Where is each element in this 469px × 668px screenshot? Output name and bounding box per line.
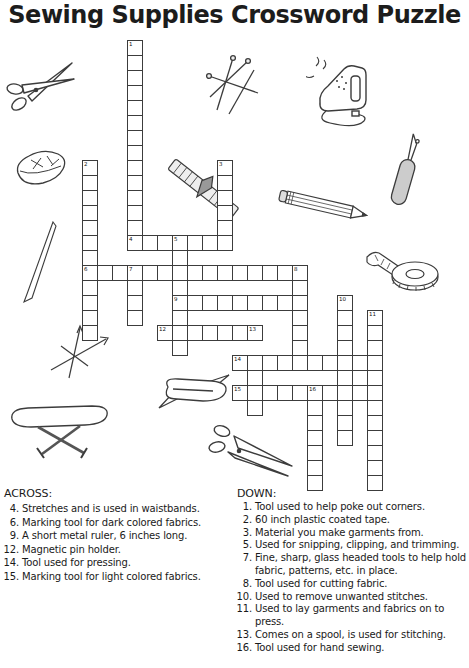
across-header: ACROSS: <box>4 487 234 501</box>
grid-cell[interactable]: 7 <box>127 265 143 281</box>
cell-number: 11 <box>369 311 376 317</box>
grid-cell[interactable] <box>172 265 188 281</box>
cell-number: 16 <box>309 386 316 392</box>
clue-number-label: 12. <box>2 543 22 557</box>
clue-number-label: 11. <box>235 603 255 629</box>
grid-cell[interactable] <box>82 220 98 236</box>
grid-cell[interactable] <box>112 265 128 281</box>
grid-cell[interactable] <box>187 295 203 311</box>
grid-cell[interactable] <box>337 325 353 341</box>
grid-cell[interactable] <box>322 385 338 401</box>
grid-cell[interactable] <box>367 460 383 476</box>
clue-number-label: 5. <box>235 539 255 552</box>
grid-cell[interactable] <box>292 295 308 311</box>
grid-cell[interactable] <box>127 220 143 236</box>
needle-icon <box>8 218 60 304</box>
grid-cell[interactable] <box>82 280 98 296</box>
cell-number: 15 <box>234 386 241 392</box>
grid-cell[interactable] <box>337 385 353 401</box>
cell-number: 7 <box>129 266 133 272</box>
cell-number: 5 <box>174 236 178 242</box>
grid-cell[interactable] <box>82 235 98 251</box>
cell-number: 13 <box>249 326 256 332</box>
grid-cell[interactable] <box>172 250 188 266</box>
clue-text: Marking tool for dark colored fabrics. <box>22 516 234 530</box>
grid-cell[interactable] <box>82 205 98 221</box>
clue-item: 4.Stretches and is used in waistbands. <box>2 502 234 516</box>
grid-cell[interactable] <box>262 295 278 311</box>
clue-text: Tool used for pressing. <box>22 556 234 570</box>
cell-number: 8 <box>294 266 298 272</box>
clue-number-label: 8. <box>235 578 255 591</box>
grid-cell[interactable] <box>127 160 143 176</box>
grid-cell[interactable] <box>307 460 323 476</box>
clue-number-label: 10. <box>235 591 255 604</box>
grid-cell[interactable] <box>127 205 143 221</box>
grid-cell[interactable] <box>217 205 233 221</box>
clue-item: 6.Marking tool for dark colored fabrics. <box>2 516 234 530</box>
grid-cell[interactable] <box>97 265 113 281</box>
grid-cell[interactable] <box>262 385 278 401</box>
clue-item: 1.Tool used to help poke out corners. <box>235 501 468 514</box>
grid-cell[interactable] <box>292 310 308 326</box>
grid-cell[interactable]: 2 <box>82 160 98 176</box>
grid-cell[interactable] <box>82 250 98 266</box>
grid-cell[interactable] <box>247 400 263 416</box>
grid-cell[interactable] <box>277 385 293 401</box>
grid-cell[interactable]: 9 <box>172 295 188 311</box>
clue-number-label: 3. <box>235 527 255 540</box>
grid-cell[interactable] <box>217 295 233 311</box>
clue-number-label: 15. <box>2 570 22 584</box>
clue-text: Used to lay garments and fabrics on to p… <box>255 603 468 629</box>
grid-cell[interactable] <box>367 385 383 401</box>
clue-number-label: 16. <box>235 642 255 655</box>
grid-cell[interactable] <box>172 340 188 356</box>
grid-cell[interactable] <box>127 100 143 116</box>
grid-cell[interactable] <box>337 310 353 326</box>
clue-item: 10.Used to remove unwanted stitches. <box>235 591 468 604</box>
grid-cell[interactable] <box>247 385 263 401</box>
clue-item: 14.Tool used for pressing. <box>2 556 234 570</box>
grid-cell[interactable] <box>187 235 203 251</box>
grid-cell[interactable] <box>307 415 323 431</box>
grid-cell[interactable]: 14 <box>232 355 248 371</box>
down-header: DOWN: <box>237 487 468 500</box>
clue-number-label: 9. <box>2 529 22 543</box>
grid-cell[interactable] <box>337 370 353 386</box>
grid-cell[interactable] <box>127 190 143 206</box>
grid-cell[interactable] <box>337 430 353 446</box>
grid-cell[interactable] <box>292 355 308 371</box>
grid-cell[interactable] <box>82 190 98 206</box>
grid-cell[interactable] <box>217 235 233 251</box>
clue-text: A short metal ruler, 6 inches long. <box>22 529 234 543</box>
grid-cell[interactable] <box>142 235 158 251</box>
grid-cell[interactable] <box>262 265 278 281</box>
clue-number-label: 2. <box>235 514 255 527</box>
grid-cell[interactable] <box>232 325 248 341</box>
grid-cell[interactable] <box>247 295 263 311</box>
clue-item: 16.Tool used for hand sewing. <box>235 642 468 655</box>
grid-cell[interactable] <box>157 235 173 251</box>
grid-cell[interactable] <box>337 340 353 356</box>
clue-item: 2.60 inch plastic coated tape. <box>235 514 468 527</box>
grid-cell[interactable] <box>292 385 308 401</box>
grid-cell[interactable] <box>262 355 278 371</box>
clue-number-label: 1. <box>235 501 255 514</box>
grid-cell[interactable] <box>127 70 143 86</box>
clue-item: 7.Fine, sharp, glass headed tools to hel… <box>235 552 468 578</box>
clue-item: 15.Marking tool for light colored fabric… <box>2 570 234 584</box>
grid-cell[interactable] <box>82 175 98 191</box>
grid-cell[interactable] <box>127 55 143 71</box>
grid-cell[interactable] <box>247 355 263 371</box>
grid-cell[interactable] <box>172 310 188 326</box>
grid-cell[interactable] <box>277 265 293 281</box>
grid-cell[interactable] <box>157 265 173 281</box>
grid-cell[interactable] <box>127 130 143 146</box>
grid-cell[interactable]: 6 <box>82 265 98 281</box>
seam-ripper-icon <box>383 126 435 208</box>
clue-text: 60 inch plastic coated tape. <box>255 514 468 527</box>
grid-cell[interactable]: 3 <box>217 160 233 176</box>
clue-text: Marking tool for light colored fabrics. <box>22 570 234 584</box>
grid-cell[interactable]: 1 <box>127 40 143 56</box>
grid-cell[interactable] <box>247 265 263 281</box>
clue-number-label: 14. <box>2 556 22 570</box>
cell-number: 12 <box>159 326 166 332</box>
grid-cell[interactable] <box>277 355 293 371</box>
clue-item: 11.Used to lay garments and fabrics on t… <box>235 603 468 629</box>
page-title: Sewing Supplies Crossword Puzzle <box>0 1 469 29</box>
grid-cell[interactable] <box>232 295 248 311</box>
grid-cell[interactable] <box>202 295 218 311</box>
grid-cell[interactable] <box>307 355 323 371</box>
grid-cell[interactable] <box>232 265 248 281</box>
grid-cell[interactable]: 4 <box>127 235 143 251</box>
grid-cell[interactable] <box>337 400 353 416</box>
worksheet: Sewing Supplies Crossword Puzzle 1234567… <box>0 0 469 668</box>
grid-cell[interactable] <box>127 310 143 326</box>
clue-text: Magnetic pin holder. <box>22 543 234 557</box>
cell-number: 6 <box>84 266 88 272</box>
across-clues: ACROSS: 4.Stretches and is used in waist… <box>2 487 234 583</box>
down-clue-list: 1.Tool used to help poke out corners.2.6… <box>235 501 468 655</box>
grid-cell[interactable] <box>127 175 143 191</box>
grid-cell[interactable] <box>367 355 383 371</box>
grid-cell[interactable] <box>202 235 218 251</box>
scissors-icon <box>6 50 80 116</box>
grid-cell[interactable] <box>367 370 383 386</box>
grid-cell[interactable] <box>247 370 263 386</box>
clue-item: 13.Comes on a spool, is used for stitchi… <box>235 629 468 642</box>
grid-cell[interactable] <box>307 400 323 416</box>
grid-cell[interactable]: 8 <box>292 265 308 281</box>
grid-cell[interactable] <box>352 385 368 401</box>
grid-cell[interactable] <box>367 400 383 416</box>
grid-cell[interactable] <box>172 325 188 341</box>
grid-cell[interactable] <box>127 280 143 296</box>
clue-number-label: 7. <box>235 552 255 578</box>
cell-number: 10 <box>339 296 346 302</box>
grid-cell[interactable] <box>367 325 383 341</box>
grid-cell[interactable] <box>292 280 308 296</box>
clue-text: Used for snipping, clipping, and trimmin… <box>255 539 468 552</box>
cell-number: 4 <box>129 236 133 242</box>
grid-cell[interactable] <box>217 325 233 341</box>
grid-cell[interactable] <box>217 190 233 206</box>
grid-cell[interactable] <box>217 265 233 281</box>
grid-cell[interactable] <box>337 355 353 371</box>
grid-cell[interactable] <box>127 145 143 161</box>
clue-text: Comes on a spool, is used for stitching. <box>255 629 468 642</box>
clue-text: Used to remove unwanted stitches. <box>255 591 468 604</box>
clue-number-label: 6. <box>2 516 22 530</box>
grid-cell[interactable]: 15 <box>232 385 248 401</box>
grid-cell[interactable] <box>367 340 383 356</box>
grid-cell[interactable]: 11 <box>367 310 383 326</box>
clue-text: Material you make garments from. <box>255 527 468 540</box>
grid-cell[interactable] <box>367 430 383 446</box>
grid-cell[interactable] <box>82 295 98 311</box>
clue-item: 9.A short metal ruler, 6 inches long. <box>2 529 234 543</box>
grid-cell[interactable] <box>217 220 233 236</box>
grid-cell[interactable]: 12 <box>157 325 173 341</box>
grid-cell[interactable] <box>367 445 383 461</box>
grid-cell[interactable] <box>292 325 308 341</box>
grid-cell[interactable] <box>202 325 218 341</box>
grid-cell[interactable] <box>127 295 143 311</box>
grid-cell[interactable] <box>352 355 368 371</box>
clue-item: 8.Tool used for cutting fabric. <box>235 578 468 591</box>
grid-cell[interactable] <box>202 265 218 281</box>
clue-item: 5.Used for snipping, clipping, and trimm… <box>235 539 468 552</box>
clue-text: Fine, sharp, glass headed tools to help … <box>255 552 468 578</box>
cell-number: 1 <box>129 41 133 47</box>
grid-cell[interactable]: 13 <box>247 325 263 341</box>
grid-cell[interactable] <box>307 430 323 446</box>
tailors-chalk-icon <box>12 146 70 192</box>
grid-cell[interactable] <box>322 355 338 371</box>
clue-number-label: 13. <box>235 629 255 642</box>
grid-cell[interactable] <box>127 115 143 131</box>
grid-cell[interactable] <box>172 280 188 296</box>
across-clue-list: 4.Stretches and is used in waistbands.6.… <box>2 502 234 583</box>
grid-cell[interactable] <box>82 310 98 326</box>
grid-cell[interactable] <box>337 415 353 431</box>
clue-text: Tool used for cutting fabric. <box>255 578 468 591</box>
crossword-grid: 12345678910111213141516 <box>82 40 383 491</box>
clue-item: 3.Material you make garments from. <box>235 527 468 540</box>
grid-cell[interactable]: 10 <box>337 295 353 311</box>
grid-cell[interactable] <box>277 295 293 311</box>
grid-cell[interactable]: 5 <box>172 235 188 251</box>
clue-text: Tool used for hand sewing. <box>255 642 468 655</box>
down-clues: DOWN: 1.Tool used to help poke out corne… <box>235 487 468 655</box>
grid-cell[interactable] <box>187 325 203 341</box>
grid-cell[interactable] <box>142 265 158 281</box>
grid-cell[interactable] <box>187 265 203 281</box>
clue-text: Tool used to help poke out corners. <box>255 501 468 514</box>
cell-number: 14 <box>234 356 241 362</box>
grid-cell[interactable] <box>292 340 308 356</box>
clue-number-label: 4. <box>2 502 22 516</box>
clue-item: 12.Magnetic pin holder. <box>2 543 234 557</box>
grid-cell[interactable] <box>307 445 323 461</box>
clue-text: Stretches and is used in waistbands. <box>22 502 234 516</box>
grid-cell[interactable] <box>127 85 143 101</box>
cell-number: 3 <box>219 161 223 167</box>
grid-cell[interactable] <box>217 175 233 191</box>
grid-cell[interactable] <box>82 325 98 341</box>
cell-number: 9 <box>174 296 178 302</box>
grid-cell[interactable]: 16 <box>307 385 323 401</box>
grid-cell[interactable] <box>367 415 383 431</box>
cell-number: 2 <box>84 161 88 167</box>
